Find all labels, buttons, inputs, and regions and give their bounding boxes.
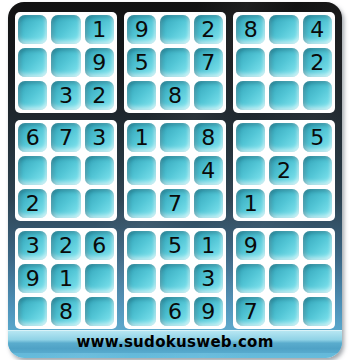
cell-r1c9[interactable]: 4 <box>303 15 332 44</box>
cell-r5c2[interactable] <box>51 156 80 185</box>
box-8: 51369 <box>124 228 226 329</box>
cell-r7c5[interactable]: 5 <box>160 231 189 260</box>
cell-r5c8[interactable]: 2 <box>269 156 298 185</box>
cell-r4c5[interactable] <box>160 123 189 152</box>
cell-r5c5[interactable] <box>160 156 189 185</box>
cell-r3c1[interactable] <box>18 81 47 110</box>
cell-r1c3[interactable]: 1 <box>85 15 114 44</box>
cell-r1c2[interactable] <box>51 15 80 44</box>
cell-r4c9[interactable]: 5 <box>303 123 332 152</box>
cell-r7c3[interactable]: 6 <box>85 231 114 260</box>
cell-r2c8[interactable] <box>269 48 298 77</box>
cell-r2c1[interactable] <box>18 48 47 77</box>
cell-r5c1[interactable] <box>18 156 47 185</box>
cell-r4c2[interactable]: 7 <box>51 123 80 152</box>
box-7: 326918 <box>15 228 117 329</box>
cell-r9c5[interactable]: 6 <box>160 297 189 326</box>
cell-r3c8[interactable] <box>269 81 298 110</box>
cell-r5c4[interactable] <box>127 156 156 185</box>
box-9: 97 <box>233 228 335 329</box>
cell-r7c7[interactable]: 9 <box>236 231 265 260</box>
cell-r2c7[interactable] <box>236 48 265 77</box>
cell-r7c2[interactable]: 2 <box>51 231 80 260</box>
cell-r9c9[interactable] <box>303 297 332 326</box>
box-1: 1932 <box>15 12 117 113</box>
cell-r6c1[interactable]: 2 <box>18 189 47 218</box>
cell-r8c9[interactable] <box>303 264 332 293</box>
cell-r1c7[interactable]: 8 <box>236 15 265 44</box>
cell-r6c9[interactable] <box>303 189 332 218</box>
cell-r4c4[interactable]: 1 <box>127 123 156 152</box>
cell-r9c7[interactable]: 7 <box>236 297 265 326</box>
cell-r8c2[interactable]: 1 <box>51 264 80 293</box>
cell-r2c6[interactable]: 7 <box>194 48 223 77</box>
cell-r2c3[interactable]: 9 <box>85 48 114 77</box>
cell-r8c5[interactable] <box>160 264 189 293</box>
cell-r6c4[interactable] <box>127 189 156 218</box>
sudoku-board: 1932 92578 842 6732 1847 521 326918 5136… <box>15 12 335 329</box>
cell-r1c4[interactable]: 9 <box>127 15 156 44</box>
cell-r7c9[interactable] <box>303 231 332 260</box>
cell-r2c2[interactable] <box>51 48 80 77</box>
cell-r8c4[interactable] <box>127 264 156 293</box>
cell-r3c9[interactable] <box>303 81 332 110</box>
cell-r7c6[interactable]: 1 <box>194 231 223 260</box>
board-frame: 1932 92578 842 6732 1847 521 326918 5136… <box>8 2 342 358</box>
cell-r9c3[interactable] <box>85 297 114 326</box>
cell-r4c1[interactable]: 6 <box>18 123 47 152</box>
cell-r8c1[interactable]: 9 <box>18 264 47 293</box>
cell-r2c4[interactable]: 5 <box>127 48 156 77</box>
cell-r2c9[interactable]: 2 <box>303 48 332 77</box>
cell-r1c6[interactable]: 2 <box>194 15 223 44</box>
cell-r3c5[interactable]: 8 <box>160 81 189 110</box>
cell-r6c5[interactable]: 7 <box>160 189 189 218</box>
cell-r6c7[interactable]: 1 <box>236 189 265 218</box>
cell-r4c3[interactable]: 3 <box>85 123 114 152</box>
site-link[interactable]: www.sudokusweb.com <box>76 333 273 351</box>
cell-r2c5[interactable] <box>160 48 189 77</box>
cell-r8c8[interactable] <box>269 264 298 293</box>
box-2: 92578 <box>124 12 226 113</box>
cell-r8c3[interactable] <box>85 264 114 293</box>
cell-r9c1[interactable] <box>18 297 47 326</box>
cell-r7c4[interactable] <box>127 231 156 260</box>
box-4: 6732 <box>15 120 117 221</box>
cell-r8c7[interactable] <box>236 264 265 293</box>
cell-r3c3[interactable]: 2 <box>85 81 114 110</box>
cell-r6c3[interactable] <box>85 189 114 218</box>
cell-r1c8[interactable] <box>269 15 298 44</box>
cell-r5c9[interactable] <box>303 156 332 185</box>
cell-r8c6[interactable]: 3 <box>194 264 223 293</box>
box-6: 521 <box>233 120 335 221</box>
cell-r9c8[interactable] <box>269 297 298 326</box>
cell-r9c4[interactable] <box>127 297 156 326</box>
cell-r4c8[interactable] <box>269 123 298 152</box>
cell-r3c2[interactable]: 3 <box>51 81 80 110</box>
cell-r6c6[interactable] <box>194 189 223 218</box>
cell-r6c8[interactable] <box>269 189 298 218</box>
cell-r3c6[interactable] <box>194 81 223 110</box>
box-3: 842 <box>233 12 335 113</box>
cell-r1c1[interactable] <box>18 15 47 44</box>
box-5: 1847 <box>124 120 226 221</box>
footer-band: www.sudokusweb.com <box>8 330 342 353</box>
cell-r4c7[interactable] <box>236 123 265 152</box>
cell-r5c6[interactable]: 4 <box>194 156 223 185</box>
cell-r1c5[interactable] <box>160 15 189 44</box>
cell-r5c3[interactable] <box>85 156 114 185</box>
cell-r3c7[interactable] <box>236 81 265 110</box>
cell-r4c6[interactable]: 8 <box>194 123 223 152</box>
cell-r9c6[interactable]: 9 <box>194 297 223 326</box>
cell-r3c4[interactable] <box>127 81 156 110</box>
cell-r7c1[interactable]: 3 <box>18 231 47 260</box>
cell-r7c8[interactable] <box>269 231 298 260</box>
cell-r6c2[interactable] <box>51 189 80 218</box>
cell-r9c2[interactable]: 8 <box>51 297 80 326</box>
cell-r5c7[interactable] <box>236 156 265 185</box>
